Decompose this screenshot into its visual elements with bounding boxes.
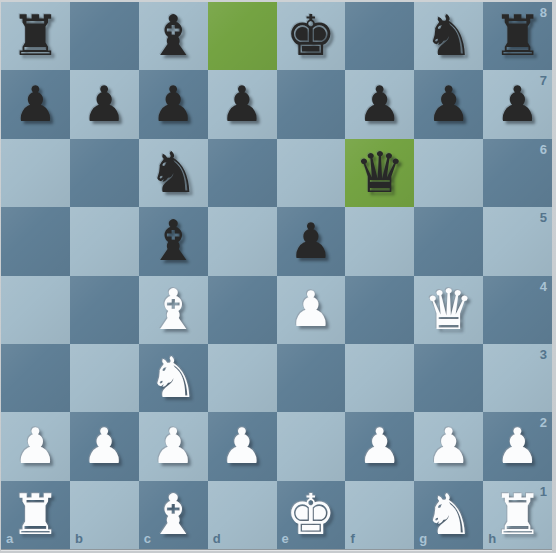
square-f3[interactable] <box>345 344 414 412</box>
piece-black-pawn-f7[interactable]: ♟ <box>358 80 402 129</box>
square-b7[interactable]: ♟ <box>70 70 139 138</box>
square-a2[interactable]: ♟ <box>1 412 70 480</box>
piece-white-pawn-b2[interactable]: ♟ <box>82 422 126 471</box>
square-a5[interactable] <box>1 207 70 275</box>
square-a4[interactable] <box>1 276 70 344</box>
piece-white-knight-c3[interactable]: ♞ <box>148 350 198 406</box>
piece-black-pawn-g7[interactable]: ♟ <box>427 80 471 129</box>
square-e3[interactable] <box>277 344 346 412</box>
square-g4[interactable]: ♛ <box>414 276 483 344</box>
square-c2[interactable]: ♟ <box>139 412 208 480</box>
piece-black-knight-c6[interactable]: ♞ <box>148 145 198 201</box>
square-b2[interactable]: ♟ <box>70 412 139 480</box>
square-g6[interactable] <box>414 139 483 207</box>
square-g5[interactable] <box>414 207 483 275</box>
square-f6[interactable]: ♛ <box>345 139 414 207</box>
piece-black-pawn-b7[interactable]: ♟ <box>82 80 126 129</box>
square-f8[interactable] <box>345 2 414 70</box>
piece-white-bishop-c1[interactable]: ♝ <box>148 487 198 543</box>
square-e5[interactable]: ♟ <box>277 207 346 275</box>
piece-black-bishop-c8[interactable]: ♝ <box>148 8 198 64</box>
square-e7[interactable] <box>277 70 346 138</box>
square-c6[interactable]: ♞ <box>139 139 208 207</box>
piece-white-rook-h1[interactable]: ♜ <box>492 487 542 543</box>
square-b4[interactable] <box>70 276 139 344</box>
piece-white-rook-a1[interactable]: ♜ <box>10 487 60 543</box>
piece-white-pawn-d2[interactable]: ♟ <box>220 422 264 471</box>
coord-rank-2: 2 <box>540 415 547 430</box>
square-h7[interactable]: 7♟ <box>483 70 552 138</box>
coord-rank-4: 4 <box>540 279 547 294</box>
square-d2[interactable]: ♟ <box>208 412 277 480</box>
square-d7[interactable]: ♟ <box>208 70 277 138</box>
piece-white-pawn-f2[interactable]: ♟ <box>358 422 402 471</box>
square-c7[interactable]: ♟ <box>139 70 208 138</box>
square-f7[interactable]: ♟ <box>345 70 414 138</box>
square-a3[interactable] <box>1 344 70 412</box>
piece-black-king-e8[interactable]: ♚ <box>286 8 336 64</box>
square-d1[interactable]: d <box>208 481 277 549</box>
piece-black-rook-a8[interactable]: ♜ <box>10 8 60 64</box>
square-f5[interactable] <box>345 207 414 275</box>
square-d8[interactable] <box>208 2 277 70</box>
square-e6[interactable] <box>277 139 346 207</box>
coord-file-f: f <box>350 531 354 546</box>
piece-black-pawn-e5[interactable]: ♟ <box>289 217 333 266</box>
piece-white-pawn-a2[interactable]: ♟ <box>13 422 57 471</box>
square-e4[interactable]: ♟ <box>277 276 346 344</box>
piece-black-bishop-c5[interactable]: ♝ <box>148 213 198 269</box>
square-h6[interactable]: 6 <box>483 139 552 207</box>
piece-black-rook-h8[interactable]: ♜ <box>492 8 542 64</box>
square-a7[interactable]: ♟ <box>1 70 70 138</box>
page-background: ♜♝♚♞8♜♟♟♟♟♟♟7♟♞♛6♝♟5♝♟♛4♞3♟♟♟♟♟♟2♟a♜bc♝d… <box>0 0 556 553</box>
square-d5[interactable] <box>208 207 277 275</box>
square-h4[interactable]: 4 <box>483 276 552 344</box>
square-g1[interactable]: g♞ <box>414 481 483 549</box>
square-c3[interactable]: ♞ <box>139 344 208 412</box>
square-h8[interactable]: 8♜ <box>483 2 552 70</box>
coord-file-b: b <box>75 531 83 546</box>
piece-black-pawn-d7[interactable]: ♟ <box>220 80 264 129</box>
square-f2[interactable]: ♟ <box>345 412 414 480</box>
square-a1[interactable]: a♜ <box>1 481 70 549</box>
coord-rank-5: 5 <box>540 210 547 225</box>
piece-white-king-e1[interactable]: ♚ <box>286 487 336 543</box>
square-c4[interactable]: ♝ <box>139 276 208 344</box>
square-h2[interactable]: 2♟ <box>483 412 552 480</box>
piece-black-queen-f6[interactable]: ♛ <box>355 145 405 201</box>
square-a8[interactable]: ♜ <box>1 2 70 70</box>
square-b1[interactable]: b <box>70 481 139 549</box>
piece-white-pawn-g2[interactable]: ♟ <box>427 422 471 471</box>
piece-white-bishop-c4[interactable]: ♝ <box>148 282 198 338</box>
square-c1[interactable]: c♝ <box>139 481 208 549</box>
chess-board: ♜♝♚♞8♜♟♟♟♟♟♟7♟♞♛6♝♟5♝♟♛4♞3♟♟♟♟♟♟2♟a♜bc♝d… <box>1 2 552 550</box>
square-d3[interactable] <box>208 344 277 412</box>
square-g3[interactable] <box>414 344 483 412</box>
square-e1[interactable]: e♚ <box>277 481 346 549</box>
square-h3[interactable]: 3 <box>483 344 552 412</box>
piece-white-knight-g1[interactable]: ♞ <box>424 487 474 543</box>
square-f1[interactable]: f <box>345 481 414 549</box>
square-b6[interactable] <box>70 139 139 207</box>
square-g7[interactable]: ♟ <box>414 70 483 138</box>
square-h1[interactable]: 1h♜ <box>483 481 552 549</box>
square-d4[interactable] <box>208 276 277 344</box>
piece-white-pawn-h2[interactable]: ♟ <box>496 422 540 471</box>
coord-rank-7: 7 <box>540 73 547 88</box>
square-b5[interactable] <box>70 207 139 275</box>
piece-black-pawn-a7[interactable]: ♟ <box>13 80 57 129</box>
square-c8[interactable]: ♝ <box>139 2 208 70</box>
piece-white-pawn-c2[interactable]: ♟ <box>151 422 195 471</box>
piece-black-pawn-c7[interactable]: ♟ <box>151 80 195 129</box>
piece-white-queen-g4[interactable]: ♛ <box>424 282 474 338</box>
piece-black-knight-g8[interactable]: ♞ <box>424 8 474 64</box>
square-b8[interactable] <box>70 2 139 70</box>
square-d6[interactable] <box>208 139 277 207</box>
square-f4[interactable] <box>345 276 414 344</box>
square-e2[interactable] <box>277 412 346 480</box>
square-h5[interactable]: 5 <box>483 207 552 275</box>
square-g2[interactable]: ♟ <box>414 412 483 480</box>
square-e8[interactable]: ♚ <box>277 2 346 70</box>
piece-white-pawn-e4[interactable]: ♟ <box>289 285 333 334</box>
square-b3[interactable] <box>70 344 139 412</box>
coord-rank-6: 6 <box>540 142 547 157</box>
coord-file-d: d <box>213 531 221 546</box>
square-a6[interactable] <box>1 139 70 207</box>
piece-black-pawn-h7[interactable]: ♟ <box>496 80 540 129</box>
coord-rank-3: 3 <box>540 347 547 362</box>
square-c5[interactable]: ♝ <box>139 207 208 275</box>
square-g8[interactable]: ♞ <box>414 2 483 70</box>
